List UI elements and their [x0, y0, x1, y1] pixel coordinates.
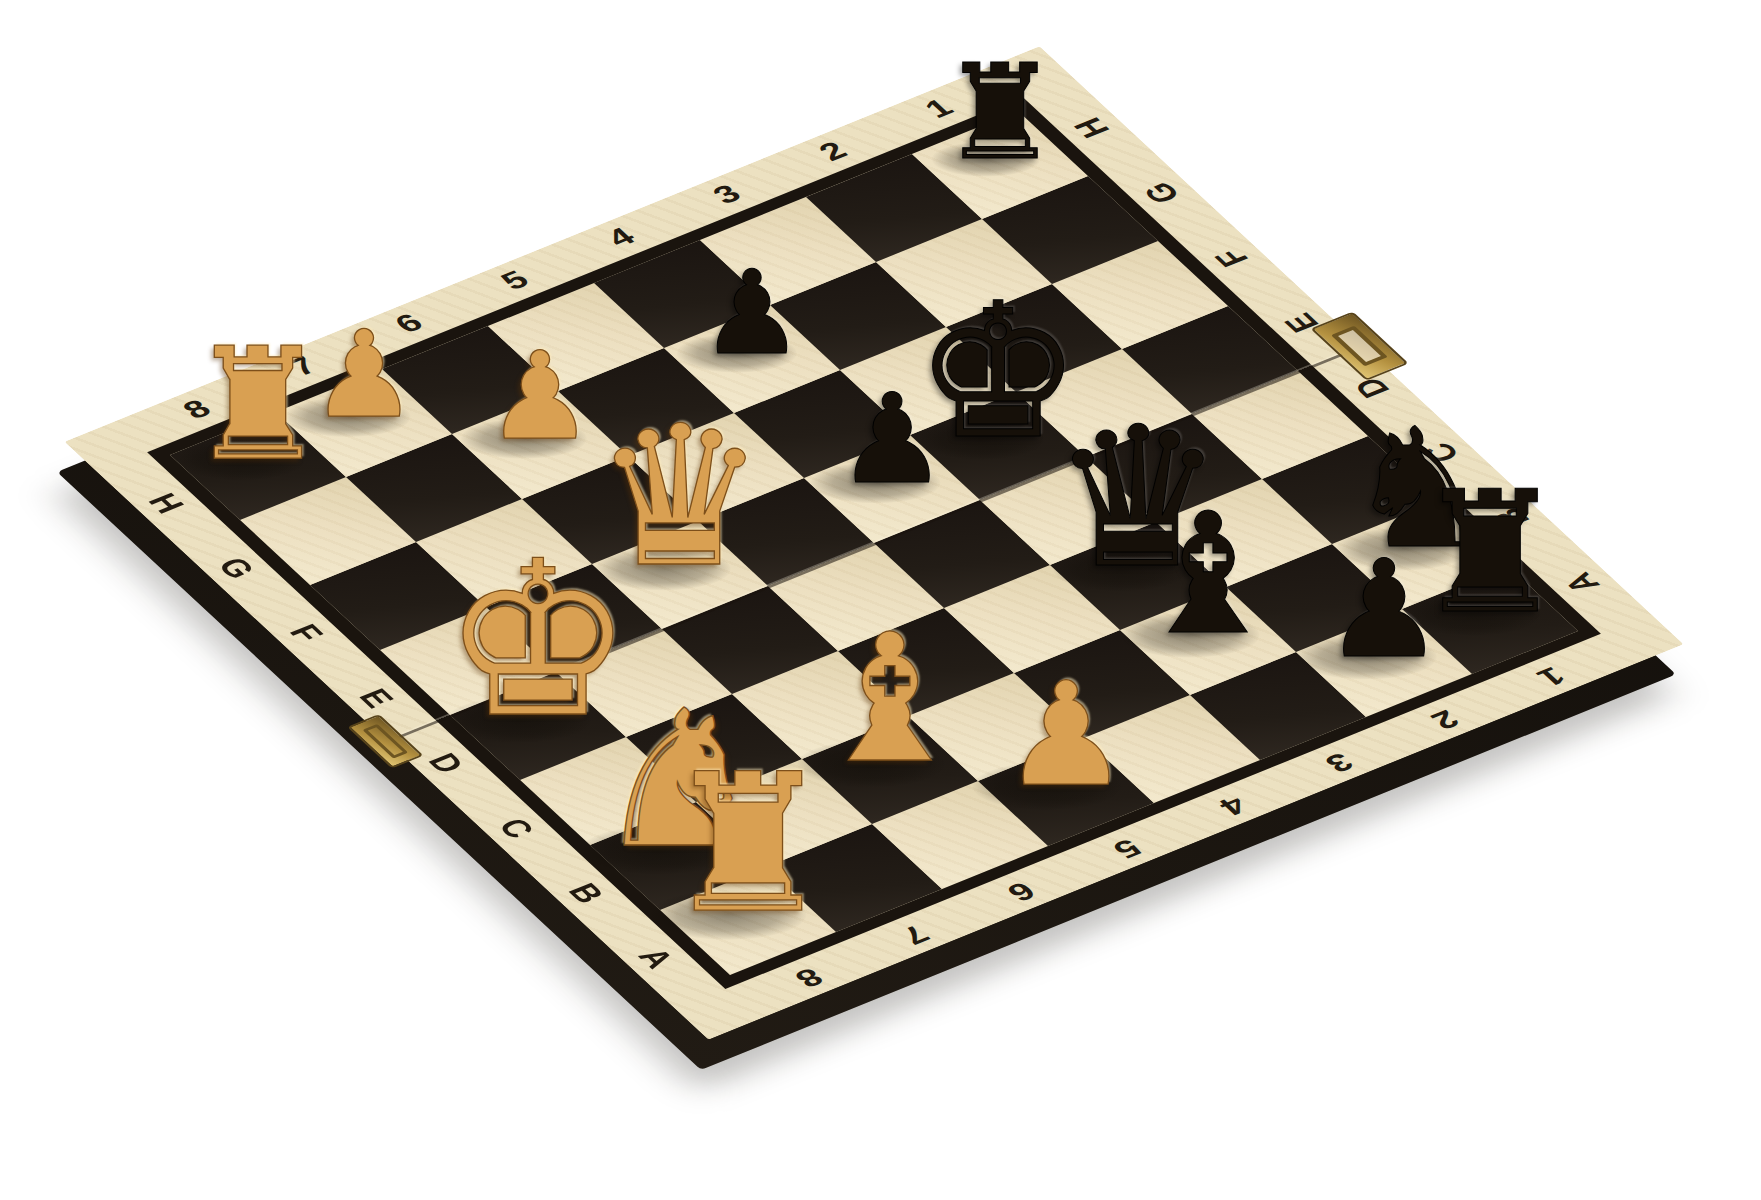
piece-black-bishop-b3: ♝	[1133, 491, 1283, 658]
piece-black-rook-h1: ♜	[941, 46, 1059, 178]
piece-white-rook-a8: ♜	[662, 749, 833, 940]
chessboard-photo-scene: AA88BB77CC66DD55EE44FF33GG22HH11 ♜♞♚♜♟♝♛…	[0, 0, 1761, 1200]
piece-white-pawn-g6: ♟	[486, 336, 594, 457]
piece-white-pawn-a5: ♟	[1002, 663, 1130, 806]
piece-black-pawn-e4: ♟	[836, 377, 947, 501]
piece-black-pawn-a2: ♟	[1323, 542, 1444, 677]
piece-white-rook-h8: ♜	[189, 327, 328, 482]
piece-black-pawn-g4: ♟	[700, 255, 804, 371]
piece-white-bishop-b6: ♝	[811, 611, 970, 788]
pieces-layer: ♜♞♚♜♟♝♛♟♟♟♟♝♛♚♟♜♞♜	[0, 0, 1761, 1200]
